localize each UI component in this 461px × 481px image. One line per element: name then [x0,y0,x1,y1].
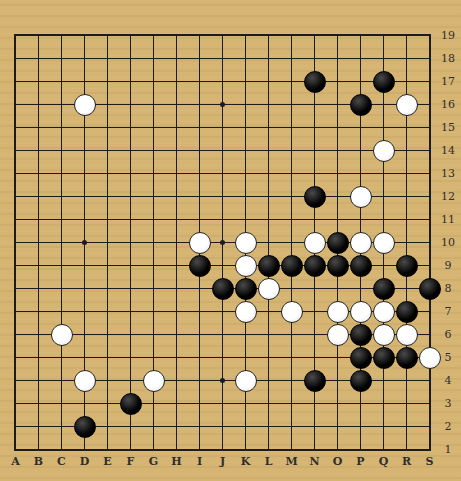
intersection[interactable] [96,369,119,392]
intersection[interactable] [211,415,234,438]
intersection[interactable] [27,139,50,162]
intersection[interactable] [119,300,142,323]
intersection[interactable] [211,231,234,254]
intersection[interactable] [119,254,142,277]
intersection[interactable] [326,277,349,300]
intersection[interactable] [280,47,303,70]
intersection[interactable] [96,93,119,116]
intersection[interactable] [234,185,257,208]
intersection[interactable] [4,47,27,70]
intersection[interactable] [326,231,349,254]
intersection[interactable] [27,300,50,323]
intersection[interactable] [73,139,96,162]
intersection[interactable] [303,392,326,415]
intersection[interactable] [349,369,372,392]
intersection[interactable] [211,47,234,70]
intersection[interactable] [303,185,326,208]
intersection[interactable] [303,24,326,47]
intersection[interactable] [280,323,303,346]
intersection[interactable] [4,254,27,277]
intersection[interactable] [165,208,188,231]
intersection[interactable] [27,70,50,93]
intersection[interactable] [4,24,27,47]
intersection[interactable] [303,277,326,300]
intersection[interactable] [188,415,211,438]
intersection[interactable] [349,162,372,185]
intersection[interactable] [96,24,119,47]
intersection[interactable] [96,392,119,415]
intersection[interactable] [349,346,372,369]
intersection[interactable] [395,392,418,415]
intersection[interactable] [280,231,303,254]
intersection[interactable] [188,93,211,116]
intersection[interactable] [73,24,96,47]
intersection[interactable] [280,139,303,162]
intersection[interactable] [50,116,73,139]
intersection[interactable] [142,93,165,116]
intersection[interactable] [211,254,234,277]
intersection[interactable] [27,93,50,116]
intersection[interactable] [119,139,142,162]
intersection[interactable] [257,47,280,70]
intersection[interactable] [165,162,188,185]
intersection[interactable] [188,254,211,277]
intersection[interactable] [418,277,441,300]
intersection[interactable] [142,139,165,162]
intersection[interactable] [257,93,280,116]
intersection[interactable] [257,392,280,415]
intersection[interactable] [119,162,142,185]
intersection[interactable] [326,139,349,162]
intersection[interactable] [372,93,395,116]
intersection[interactable] [27,231,50,254]
intersection[interactable] [142,300,165,323]
intersection[interactable] [303,415,326,438]
intersection[interactable] [165,116,188,139]
intersection[interactable] [50,231,73,254]
intersection[interactable] [119,185,142,208]
intersection[interactable] [165,300,188,323]
intersection[interactable] [96,47,119,70]
intersection[interactable] [211,162,234,185]
intersection[interactable] [234,208,257,231]
intersection[interactable] [50,208,73,231]
intersection[interactable] [27,323,50,346]
intersection[interactable] [257,24,280,47]
intersection[interactable] [119,208,142,231]
intersection[interactable] [257,185,280,208]
intersection[interactable] [234,231,257,254]
intersection[interactable] [395,139,418,162]
intersection[interactable] [73,369,96,392]
intersection[interactable] [372,300,395,323]
intersection[interactable] [372,415,395,438]
intersection[interactable] [280,208,303,231]
intersection[interactable] [50,346,73,369]
intersection[interactable] [326,24,349,47]
intersection[interactable] [349,116,372,139]
intersection[interactable] [165,277,188,300]
intersection[interactable] [303,208,326,231]
intersection[interactable] [349,47,372,70]
intersection[interactable] [349,392,372,415]
intersection[interactable] [142,185,165,208]
intersection[interactable] [395,231,418,254]
intersection[interactable] [50,254,73,277]
intersection[interactable] [73,346,96,369]
intersection[interactable] [303,346,326,369]
intersection[interactable] [326,116,349,139]
intersection[interactable] [50,300,73,323]
intersection[interactable] [326,369,349,392]
intersection[interactable] [188,231,211,254]
intersection[interactable] [96,346,119,369]
intersection[interactable] [119,47,142,70]
intersection[interactable] [27,116,50,139]
intersection[interactable] [234,47,257,70]
intersection[interactable] [303,300,326,323]
intersection[interactable] [280,254,303,277]
intersection[interactable] [119,392,142,415]
intersection[interactable] [73,300,96,323]
intersection[interactable] [188,185,211,208]
intersection[interactable] [165,139,188,162]
intersection[interactable] [257,70,280,93]
intersection[interactable] [372,70,395,93]
intersection[interactable] [303,323,326,346]
intersection[interactable] [395,277,418,300]
intersection[interactable] [188,162,211,185]
intersection[interactable] [142,392,165,415]
intersection[interactable] [50,47,73,70]
intersection[interactable] [303,93,326,116]
intersection[interactable] [257,116,280,139]
intersection[interactable] [280,300,303,323]
intersection[interactable] [142,231,165,254]
intersection[interactable] [165,231,188,254]
intersection[interactable] [280,116,303,139]
intersection[interactable] [372,47,395,70]
intersection[interactable] [303,254,326,277]
intersection[interactable] [119,93,142,116]
intersection[interactable] [211,369,234,392]
intersection[interactable] [27,24,50,47]
intersection[interactable] [96,300,119,323]
intersection[interactable] [4,70,27,93]
intersection[interactable] [188,300,211,323]
intersection[interactable] [188,346,211,369]
intersection[interactable] [4,93,27,116]
intersection[interactable] [73,185,96,208]
intersection[interactable] [50,277,73,300]
intersection[interactable] [349,254,372,277]
intersection[interactable] [395,47,418,70]
intersection[interactable] [142,369,165,392]
intersection[interactable] [188,392,211,415]
intersection[interactable] [211,323,234,346]
intersection[interactable] [326,254,349,277]
intersection[interactable] [188,116,211,139]
intersection[interactable] [211,208,234,231]
intersection[interactable] [395,162,418,185]
intersection[interactable] [257,346,280,369]
intersection[interactable] [326,346,349,369]
intersection[interactable] [73,162,96,185]
intersection[interactable] [188,277,211,300]
intersection[interactable] [73,208,96,231]
intersection[interactable] [142,415,165,438]
intersection[interactable] [27,254,50,277]
intersection[interactable] [4,300,27,323]
intersection[interactable] [4,415,27,438]
intersection[interactable] [280,24,303,47]
intersection[interactable] [349,208,372,231]
intersection[interactable] [211,70,234,93]
intersection[interactable] [211,24,234,47]
intersection[interactable] [257,162,280,185]
intersection[interactable] [303,231,326,254]
intersection[interactable] [234,93,257,116]
intersection[interactable] [280,162,303,185]
intersection[interactable] [372,24,395,47]
intersection[interactable] [165,70,188,93]
intersection[interactable] [73,70,96,93]
intersection[interactable] [234,162,257,185]
intersection[interactable] [188,139,211,162]
intersection[interactable] [142,323,165,346]
intersection[interactable] [73,47,96,70]
intersection[interactable] [211,116,234,139]
intersection[interactable] [50,24,73,47]
intersection[interactable] [326,415,349,438]
intersection[interactable] [395,93,418,116]
intersection[interactable] [4,369,27,392]
intersection[interactable] [395,185,418,208]
intersection[interactable] [165,392,188,415]
intersection[interactable] [96,139,119,162]
intersection[interactable] [326,47,349,70]
intersection[interactable] [257,208,280,231]
intersection[interactable] [119,346,142,369]
intersection[interactable] [280,392,303,415]
intersection[interactable] [372,162,395,185]
intersection[interactable] [27,346,50,369]
intersection[interactable] [119,277,142,300]
intersection[interactable] [50,392,73,415]
intersection[interactable] [234,369,257,392]
intersection[interactable] [234,346,257,369]
intersection[interactable] [280,369,303,392]
intersection[interactable] [4,346,27,369]
intersection[interactable] [96,208,119,231]
intersection[interactable] [50,93,73,116]
intersection[interactable] [349,93,372,116]
intersection[interactable] [96,231,119,254]
intersection[interactable] [234,70,257,93]
intersection[interactable] [280,70,303,93]
intersection[interactable] [142,24,165,47]
intersection[interactable] [119,231,142,254]
intersection[interactable] [165,24,188,47]
intersection[interactable] [326,162,349,185]
intersection[interactable] [50,139,73,162]
intersection[interactable] [27,277,50,300]
intersection[interactable] [257,369,280,392]
intersection[interactable] [211,392,234,415]
intersection[interactable] [372,231,395,254]
intersection[interactable] [73,323,96,346]
intersection[interactable] [119,70,142,93]
intersection[interactable] [349,277,372,300]
intersection[interactable] [165,369,188,392]
intersection[interactable] [27,392,50,415]
intersection[interactable] [188,70,211,93]
intersection[interactable] [211,346,234,369]
intersection[interactable] [349,24,372,47]
intersection[interactable] [165,346,188,369]
intersection[interactable] [280,346,303,369]
intersection[interactable] [188,323,211,346]
intersection[interactable] [395,116,418,139]
intersection[interactable] [234,277,257,300]
intersection[interactable] [27,185,50,208]
intersection[interactable] [303,162,326,185]
intersection[interactable] [234,139,257,162]
intersection[interactable] [234,323,257,346]
intersection[interactable] [303,369,326,392]
intersection[interactable] [395,70,418,93]
intersection[interactable] [372,369,395,392]
intersection[interactable] [234,254,257,277]
intersection[interactable] [119,24,142,47]
intersection[interactable] [73,254,96,277]
intersection[interactable] [50,369,73,392]
intersection[interactable] [50,185,73,208]
intersection[interactable] [96,116,119,139]
intersection[interactable] [326,392,349,415]
intersection[interactable] [27,369,50,392]
intersection[interactable] [142,70,165,93]
intersection[interactable] [280,415,303,438]
intersection[interactable] [372,185,395,208]
intersection[interactable] [73,231,96,254]
intersection[interactable] [257,231,280,254]
intersection[interactable] [349,323,372,346]
intersection[interactable] [326,93,349,116]
intersection[interactable] [234,392,257,415]
intersection[interactable] [211,300,234,323]
intersection[interactable] [372,323,395,346]
intersection[interactable] [257,139,280,162]
intersection[interactable] [96,277,119,300]
intersection[interactable] [50,323,73,346]
intersection[interactable] [234,415,257,438]
intersection[interactable] [4,323,27,346]
intersection[interactable] [142,277,165,300]
intersection[interactable] [303,70,326,93]
intersection[interactable] [142,47,165,70]
intersection[interactable] [73,277,96,300]
intersection[interactable] [280,93,303,116]
intersection[interactable] [4,185,27,208]
intersection[interactable] [326,185,349,208]
intersection[interactable] [349,139,372,162]
intersection[interactable] [257,254,280,277]
intersection[interactable] [27,208,50,231]
intersection[interactable] [4,116,27,139]
intersection[interactable] [349,185,372,208]
intersection[interactable] [119,116,142,139]
intersection[interactable] [372,346,395,369]
intersection[interactable] [326,323,349,346]
intersection[interactable] [395,300,418,323]
intersection[interactable] [303,139,326,162]
intersection[interactable] [73,392,96,415]
intersection[interactable] [372,208,395,231]
intersection[interactable] [303,47,326,70]
intersection[interactable] [211,93,234,116]
intersection[interactable] [50,70,73,93]
intersection[interactable] [188,369,211,392]
intersection[interactable] [372,277,395,300]
intersection[interactable] [395,346,418,369]
intersection[interactable] [96,415,119,438]
intersection[interactable] [211,139,234,162]
intersection[interactable] [257,300,280,323]
intersection[interactable] [119,323,142,346]
intersection[interactable] [372,392,395,415]
intersection[interactable] [395,323,418,346]
intersection[interactable] [280,277,303,300]
intersection[interactable] [4,208,27,231]
intersection[interactable] [27,415,50,438]
intersection[interactable] [395,369,418,392]
intersection[interactable] [349,70,372,93]
intersection[interactable] [165,415,188,438]
intersection[interactable] [257,415,280,438]
intersection[interactable] [418,346,441,369]
intersection[interactable] [349,415,372,438]
intersection[interactable] [96,70,119,93]
intersection[interactable] [257,277,280,300]
intersection[interactable] [4,392,27,415]
intersection[interactable] [372,116,395,139]
intersection[interactable] [142,208,165,231]
intersection[interactable] [4,139,27,162]
intersection[interactable] [165,323,188,346]
intersection[interactable] [234,116,257,139]
intersection[interactable] [395,415,418,438]
intersection[interactable] [73,415,96,438]
intersection[interactable] [257,323,280,346]
intersection[interactable] [96,162,119,185]
intersection[interactable] [188,208,211,231]
intersection[interactable] [4,162,27,185]
intersection[interactable] [96,254,119,277]
intersection[interactable] [4,277,27,300]
intersection[interactable] [142,346,165,369]
intersection[interactable] [234,300,257,323]
intersection[interactable] [303,116,326,139]
intersection[interactable] [4,231,27,254]
intersection[interactable] [165,93,188,116]
intersection[interactable] [96,185,119,208]
intersection[interactable] [50,162,73,185]
intersection[interactable] [165,185,188,208]
intersection[interactable] [349,231,372,254]
intersection[interactable] [50,415,73,438]
intersection[interactable] [326,208,349,231]
